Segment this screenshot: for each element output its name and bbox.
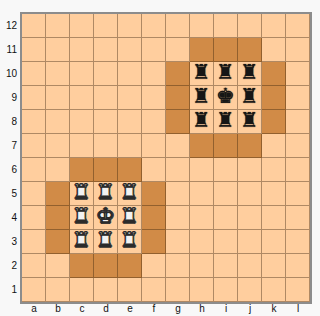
file-label-e: e xyxy=(118,302,142,316)
square-d11 xyxy=(94,38,118,62)
white-rook-piece: ♜ xyxy=(96,230,115,252)
square-f9 xyxy=(142,86,166,110)
file-label-h: h xyxy=(190,302,214,316)
file-label-f: f xyxy=(142,302,166,316)
white-rook-piece: ♜ xyxy=(120,230,139,252)
square-k11 xyxy=(262,38,286,62)
square-l10 xyxy=(286,62,310,86)
white-rook-piece: ♜ xyxy=(96,182,115,204)
square-e9 xyxy=(118,86,142,110)
square-c1 xyxy=(70,278,94,302)
black-king-piece: ♚ xyxy=(216,86,235,108)
rank-label-5: 5 xyxy=(0,182,17,206)
square-c6 xyxy=(70,158,94,182)
square-a11 xyxy=(22,38,46,62)
file-label-a: a xyxy=(22,302,46,316)
square-l3 xyxy=(286,230,310,254)
file-label-j: j xyxy=(238,302,262,316)
square-l6 xyxy=(286,158,310,182)
square-h7 xyxy=(190,134,214,158)
square-h2 xyxy=(190,254,214,278)
square-c5: ♜ xyxy=(70,182,94,206)
square-d1 xyxy=(94,278,118,302)
square-i1 xyxy=(214,278,238,302)
square-g11 xyxy=(166,38,190,62)
square-l11 xyxy=(286,38,310,62)
square-j7 xyxy=(238,134,262,158)
square-g6 xyxy=(166,158,190,182)
white-king-piece: ♚ xyxy=(96,206,115,228)
square-e11 xyxy=(118,38,142,62)
square-k8 xyxy=(262,110,286,134)
square-k7 xyxy=(262,134,286,158)
square-d8 xyxy=(94,110,118,134)
black-rook-piece: ♜ xyxy=(216,62,235,84)
square-b1 xyxy=(46,278,70,302)
square-b4 xyxy=(46,206,70,230)
square-a5 xyxy=(22,182,46,206)
square-d10 xyxy=(94,62,118,86)
black-rook-piece: ♜ xyxy=(192,86,211,108)
square-g8 xyxy=(166,110,190,134)
square-a2 xyxy=(22,254,46,278)
file-label-k: k xyxy=(262,302,286,316)
black-rook-piece: ♜ xyxy=(216,110,235,132)
square-g7 xyxy=(166,134,190,158)
square-l5 xyxy=(286,182,310,206)
black-rook-piece: ♜ xyxy=(192,62,211,84)
square-d4: ♚ xyxy=(94,206,118,230)
square-d9 xyxy=(94,86,118,110)
square-h5 xyxy=(190,182,214,206)
square-l8 xyxy=(286,110,310,134)
white-rook-piece: ♜ xyxy=(120,182,139,204)
square-j2 xyxy=(238,254,262,278)
square-b8 xyxy=(46,110,70,134)
chess-diagram: 121110987654321 ♜♜♜♜♚♜♜♜♜♜♜♜♜♚♜♜♜♜ abcde… xyxy=(0,0,320,316)
square-i3 xyxy=(214,230,238,254)
square-l9 xyxy=(286,86,310,110)
square-g1 xyxy=(166,278,190,302)
square-f12 xyxy=(142,14,166,38)
square-e3: ♜ xyxy=(118,230,142,254)
square-c2 xyxy=(70,254,94,278)
square-h6 xyxy=(190,158,214,182)
square-k6 xyxy=(262,158,286,182)
square-e2 xyxy=(118,254,142,278)
square-d7 xyxy=(94,134,118,158)
black-rook-piece: ♜ xyxy=(192,110,211,132)
square-h9: ♜ xyxy=(190,86,214,110)
square-d3: ♜ xyxy=(94,230,118,254)
square-j6 xyxy=(238,158,262,182)
square-l4 xyxy=(286,206,310,230)
square-j5 xyxy=(238,182,262,206)
square-f3 xyxy=(142,230,166,254)
square-b9 xyxy=(46,86,70,110)
rank-label-1: 1 xyxy=(0,278,17,302)
square-b7 xyxy=(46,134,70,158)
square-g2 xyxy=(166,254,190,278)
square-f5 xyxy=(142,182,166,206)
white-rook-piece: ♜ xyxy=(72,206,91,228)
square-e6 xyxy=(118,158,142,182)
square-k1 xyxy=(262,278,286,302)
square-b2 xyxy=(46,254,70,278)
square-k9 xyxy=(262,86,286,110)
rank-label-4: 4 xyxy=(0,206,17,230)
square-j10: ♜ xyxy=(238,62,262,86)
white-rook-piece: ♜ xyxy=(72,182,91,204)
square-h11 xyxy=(190,38,214,62)
square-j9: ♜ xyxy=(238,86,262,110)
square-f10 xyxy=(142,62,166,86)
square-b12 xyxy=(46,14,70,38)
file-label-i: i xyxy=(214,302,238,316)
rank-label-9: 9 xyxy=(0,86,17,110)
square-d12 xyxy=(94,14,118,38)
square-j3 xyxy=(238,230,262,254)
file-label-g: g xyxy=(166,302,190,316)
square-e12 xyxy=(118,14,142,38)
square-i2 xyxy=(214,254,238,278)
square-e7 xyxy=(118,134,142,158)
square-c4: ♜ xyxy=(70,206,94,230)
square-d6 xyxy=(94,158,118,182)
square-d5: ♜ xyxy=(94,182,118,206)
square-a8 xyxy=(22,110,46,134)
rank-labels: 121110987654321 xyxy=(0,14,17,302)
square-j4 xyxy=(238,206,262,230)
square-c3: ♜ xyxy=(70,230,94,254)
square-d2 xyxy=(94,254,118,278)
square-i7 xyxy=(214,134,238,158)
square-k2 xyxy=(262,254,286,278)
square-e5: ♜ xyxy=(118,182,142,206)
square-i10: ♜ xyxy=(214,62,238,86)
white-rook-piece: ♜ xyxy=(120,206,139,228)
square-a4 xyxy=(22,206,46,230)
rank-label-2: 2 xyxy=(0,254,17,278)
square-f8 xyxy=(142,110,166,134)
file-label-l: l xyxy=(286,302,310,316)
square-a7 xyxy=(22,134,46,158)
square-k5 xyxy=(262,182,286,206)
square-h3 xyxy=(190,230,214,254)
square-g10 xyxy=(166,62,190,86)
square-f7 xyxy=(142,134,166,158)
rank-label-7: 7 xyxy=(0,134,17,158)
square-j8: ♜ xyxy=(238,110,262,134)
square-f6 xyxy=(142,158,166,182)
square-l7 xyxy=(286,134,310,158)
square-e10 xyxy=(118,62,142,86)
square-k10 xyxy=(262,62,286,86)
square-h12 xyxy=(190,14,214,38)
square-f11 xyxy=(142,38,166,62)
square-g4 xyxy=(166,206,190,230)
square-c7 xyxy=(70,134,94,158)
rank-label-6: 6 xyxy=(0,158,17,182)
rank-label-11: 11 xyxy=(0,38,17,62)
square-i12 xyxy=(214,14,238,38)
black-rook-piece: ♜ xyxy=(240,86,259,108)
square-a3 xyxy=(22,230,46,254)
rank-label-10: 10 xyxy=(0,62,17,86)
square-c10 xyxy=(70,62,94,86)
square-b5 xyxy=(46,182,70,206)
square-i5 xyxy=(214,182,238,206)
file-labels: abcdefghijkl xyxy=(22,302,310,316)
black-rook-piece: ♜ xyxy=(240,62,259,84)
square-i4 xyxy=(214,206,238,230)
square-i11 xyxy=(214,38,238,62)
file-label-b: b xyxy=(46,302,70,316)
file-label-c: c xyxy=(70,302,94,316)
square-c12 xyxy=(70,14,94,38)
square-g12 xyxy=(166,14,190,38)
square-b6 xyxy=(46,158,70,182)
board: ♜♜♜♜♚♜♜♜♜♜♜♜♜♚♜♜♜♜ xyxy=(20,12,312,304)
square-i8: ♜ xyxy=(214,110,238,134)
square-l12 xyxy=(286,14,310,38)
square-i6 xyxy=(214,158,238,182)
square-e4: ♜ xyxy=(118,206,142,230)
square-e8 xyxy=(118,110,142,134)
square-j12 xyxy=(238,14,262,38)
square-g9 xyxy=(166,86,190,110)
square-e1 xyxy=(118,278,142,302)
square-b11 xyxy=(46,38,70,62)
square-a10 xyxy=(22,62,46,86)
square-f2 xyxy=(142,254,166,278)
square-k4 xyxy=(262,206,286,230)
square-j11 xyxy=(238,38,262,62)
square-c8 xyxy=(70,110,94,134)
square-a1 xyxy=(22,278,46,302)
square-h10: ♜ xyxy=(190,62,214,86)
square-b3 xyxy=(46,230,70,254)
square-f4 xyxy=(142,206,166,230)
square-g5 xyxy=(166,182,190,206)
square-k12 xyxy=(262,14,286,38)
square-i9: ♚ xyxy=(214,86,238,110)
square-c11 xyxy=(70,38,94,62)
square-a9 xyxy=(22,86,46,110)
square-h4 xyxy=(190,206,214,230)
white-rook-piece: ♜ xyxy=(72,230,91,252)
square-l1 xyxy=(286,278,310,302)
black-rook-piece: ♜ xyxy=(240,110,259,132)
square-j1 xyxy=(238,278,262,302)
square-c9 xyxy=(70,86,94,110)
rank-label-8: 8 xyxy=(0,110,17,134)
square-b10 xyxy=(46,62,70,86)
square-a12 xyxy=(22,14,46,38)
rank-label-12: 12 xyxy=(0,14,17,38)
square-k3 xyxy=(262,230,286,254)
square-h1 xyxy=(190,278,214,302)
square-a6 xyxy=(22,158,46,182)
square-h8: ♜ xyxy=(190,110,214,134)
square-f1 xyxy=(142,278,166,302)
file-label-d: d xyxy=(94,302,118,316)
rank-label-3: 3 xyxy=(0,230,17,254)
square-g3 xyxy=(166,230,190,254)
square-l2 xyxy=(286,254,310,278)
